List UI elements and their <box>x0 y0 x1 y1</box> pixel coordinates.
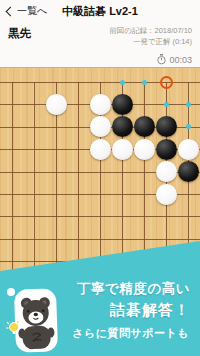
cyan-hint-dot <box>186 124 191 129</box>
black-stone <box>156 139 177 160</box>
black-stone <box>112 116 133 137</box>
white-stone <box>90 139 111 160</box>
black-stone <box>134 116 155 137</box>
lightbulb-icon <box>5 318 21 336</box>
cyan-hint-dot <box>120 80 125 85</box>
banner-headline-1: 丁寧で精度の高い <box>77 280 190 298</box>
white-stone <box>90 116 111 137</box>
banner-headline-2: 詰碁解答！ <box>110 301 190 320</box>
black-stone <box>178 161 199 182</box>
orange-move-marker[interactable] <box>160 76 173 89</box>
cyan-hint-dot <box>186 102 191 107</box>
navigation-bar: 一覧へ 中級詰碁 Lv2-1 <box>0 0 200 22</box>
cyan-hint-dot <box>142 80 147 85</box>
previous-record-date: 前回の記録：2018/07/10 <box>109 26 192 36</box>
elapsed-timer: 00:03 <box>157 54 192 65</box>
banner-subline: さらに質問サポートも <box>72 326 189 341</box>
white-stone <box>134 139 155 160</box>
black-stone <box>112 94 133 115</box>
stopwatch-icon <box>157 54 166 65</box>
page-title: 中級詰碁 Lv2-1 <box>0 4 200 19</box>
previous-record-result: 一発で正解 (0:14) <box>133 37 192 47</box>
cyan-hint-dot <box>164 102 169 107</box>
turn-to-play-label: 黒先 <box>8 26 31 41</box>
white-stone <box>90 94 111 115</box>
tsumego-app-screen: 一覧へ 中級詰碁 Lv2-1 黒先 前回の記録：2018/07/10 一発で正解… <box>0 0 200 356</box>
white-stone <box>46 94 67 115</box>
black-stone <box>156 116 177 137</box>
white-stone <box>156 161 177 182</box>
white-stone <box>112 139 133 160</box>
white-stone <box>178 139 199 160</box>
timer-value: 00:03 <box>169 55 192 65</box>
white-stone <box>156 184 177 205</box>
